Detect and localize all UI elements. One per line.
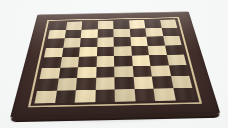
board-square <box>115 89 135 102</box>
board-square <box>132 66 152 77</box>
board-square <box>81 29 98 38</box>
board-square <box>114 66 133 77</box>
board-square <box>76 78 96 90</box>
board-square <box>77 67 96 78</box>
board-square <box>40 67 60 78</box>
board-square <box>97 37 114 46</box>
board-square <box>131 46 149 56</box>
board-square <box>146 36 164 45</box>
board-square <box>79 47 97 57</box>
board-square <box>148 45 167 55</box>
board-square <box>171 76 193 88</box>
board-square <box>134 88 155 101</box>
board-square <box>95 77 114 89</box>
board-square <box>96 56 114 67</box>
board-square <box>55 90 76 103</box>
board-square <box>113 28 130 37</box>
board-playing-field <box>34 19 195 103</box>
board-square <box>149 55 168 66</box>
board-square <box>165 45 184 55</box>
board-square <box>60 57 79 68</box>
chess-board <box>9 11 222 122</box>
board-square <box>145 28 163 37</box>
board-square <box>78 56 96 67</box>
board-square <box>56 78 76 90</box>
board-square <box>61 47 79 57</box>
board-scene <box>24 0 204 128</box>
board-surface <box>10 11 220 118</box>
board-square <box>114 46 132 56</box>
board-square <box>163 36 182 45</box>
board-square <box>95 89 115 102</box>
board-square <box>153 88 175 101</box>
board-square <box>63 38 81 47</box>
board-square <box>168 65 189 76</box>
board-square <box>114 77 134 89</box>
board-square <box>48 30 66 39</box>
board-square <box>161 27 179 36</box>
board-square <box>150 65 170 76</box>
board-square <box>34 90 56 103</box>
product-photo <box>0 0 228 128</box>
board-square <box>131 55 150 66</box>
board-square <box>64 29 81 38</box>
board-square <box>97 29 113 38</box>
board-square <box>58 67 78 78</box>
board-square <box>152 76 173 88</box>
board-square <box>173 87 196 100</box>
board-square <box>133 77 153 89</box>
board-square <box>42 57 62 68</box>
board-square <box>37 78 58 90</box>
board-square <box>129 28 146 37</box>
board-square <box>44 47 63 57</box>
board-square <box>166 55 186 66</box>
board-square <box>80 38 97 47</box>
board-square <box>130 37 148 46</box>
board-square <box>96 66 115 77</box>
board-square <box>114 56 132 67</box>
board-square <box>114 37 131 46</box>
board-square <box>46 38 64 47</box>
board-square <box>96 46 113 56</box>
board-square <box>75 90 96 103</box>
